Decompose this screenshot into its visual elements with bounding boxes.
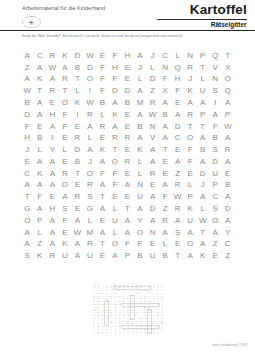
grid-cell[interactable]: A: [209, 109, 222, 121]
grid-cell[interactable]: E: [71, 180, 84, 192]
grid-cell[interactable]: U: [134, 191, 147, 203]
grid-cell[interactable]: R: [109, 132, 122, 144]
grid-cell[interactable]: A: [159, 97, 172, 109]
grid-cell[interactable]: W: [84, 50, 97, 62]
grid-cell[interactable]: A: [159, 227, 172, 239]
grid-cell[interactable]: E: [121, 74, 134, 86]
grid-cell[interactable]: T: [171, 250, 184, 262]
grid-cell[interactable]: E: [46, 191, 59, 203]
grid-cell[interactable]: K: [59, 50, 72, 62]
grid-cell[interactable]: A: [84, 121, 97, 133]
grid-cell[interactable]: T: [184, 121, 197, 133]
grid-cell[interactable]: T: [196, 121, 209, 133]
grid-cell[interactable]: N: [209, 74, 222, 86]
grid-cell[interactable]: I: [84, 85, 97, 97]
grid-cell[interactable]: C: [159, 50, 172, 62]
grid-cell[interactable]: A: [34, 97, 47, 109]
grid-cell[interactable]: L: [71, 85, 84, 97]
grid-cell[interactable]: L: [196, 203, 209, 215]
grid-cell[interactable]: Z: [34, 238, 47, 250]
grid-cell[interactable]: E: [59, 227, 72, 239]
grid-cell[interactable]: A: [134, 132, 147, 144]
grid-cell[interactable]: E: [96, 215, 109, 227]
grid-cell[interactable]: T: [196, 227, 209, 239]
grid-cell[interactable]: A: [134, 50, 147, 62]
grid-cell[interactable]: Z: [159, 203, 172, 215]
grid-cell[interactable]: R: [96, 121, 109, 133]
grid-cell[interactable]: A: [121, 215, 134, 227]
grid-cell[interactable]: A: [209, 227, 222, 239]
grid-cell[interactable]: T: [159, 144, 172, 156]
grid-cell[interactable]: V: [209, 62, 222, 74]
grid-cell[interactable]: R: [84, 109, 97, 121]
grid-cell[interactable]: L: [134, 168, 147, 180]
grid-cell[interactable]: A: [96, 203, 109, 215]
grid-cell[interactable]: A: [121, 180, 134, 192]
grid-cell[interactable]: W: [171, 191, 184, 203]
grid-cell[interactable]: Z: [146, 85, 159, 97]
grid-cell[interactable]: J: [184, 74, 197, 86]
grid-cell[interactable]: O: [109, 238, 122, 250]
grid-cell[interactable]: A: [221, 132, 234, 144]
grid-cell[interactable]: R: [71, 132, 84, 144]
grid-cell[interactable]: R: [59, 74, 72, 86]
grid-cell[interactable]: T: [21, 191, 34, 203]
grid-cell[interactable]: K: [196, 250, 209, 262]
grid-cell[interactable]: F: [109, 180, 122, 192]
grid-cell[interactable]: R: [121, 156, 134, 168]
grid-cell[interactable]: B: [134, 121, 147, 133]
grid-cell[interactable]: E: [59, 132, 72, 144]
grid-cell[interactable]: A: [21, 238, 34, 250]
grid-cell[interactable]: E: [71, 121, 84, 133]
grid-cell[interactable]: J: [134, 62, 147, 74]
grid-cell[interactable]: B: [196, 144, 209, 156]
grid-cell[interactable]: L: [171, 50, 184, 62]
grid-cell[interactable]: U: [109, 215, 122, 227]
grid-cell[interactable]: T: [121, 203, 134, 215]
grid-cell[interactable]: I: [71, 109, 84, 121]
grid-cell[interactable]: A: [46, 215, 59, 227]
grid-cell[interactable]: Z: [209, 238, 222, 250]
grid-cell[interactable]: E: [71, 203, 84, 215]
grid-cell[interactable]: M: [84, 227, 97, 239]
grid-cell[interactable]: P: [221, 109, 234, 121]
grid-cell[interactable]: K: [71, 97, 84, 109]
grid-cell[interactable]: F: [109, 168, 122, 180]
grid-cell[interactable]: A: [109, 250, 122, 262]
grid-cell[interactable]: A: [221, 156, 234, 168]
grid-cell[interactable]: A: [96, 180, 109, 192]
grid-cell[interactable]: E: [146, 180, 159, 192]
grid-cell[interactable]: A: [109, 97, 122, 109]
grid-cell[interactable]: H: [46, 203, 59, 215]
grid-cell[interactable]: B: [159, 250, 172, 262]
grid-cell[interactable]: U: [196, 85, 209, 97]
grid-cell[interactable]: D: [109, 85, 122, 97]
grid-cell[interactable]: A: [109, 121, 122, 133]
grid-cell[interactable]: E: [34, 121, 47, 133]
grid-cell[interactable]: A: [146, 191, 159, 203]
grid-cell[interactable]: B: [96, 97, 109, 109]
grid-cell[interactable]: K: [184, 203, 197, 215]
grid-cell[interactable]: E: [159, 168, 172, 180]
grid-cell[interactable]: D: [196, 168, 209, 180]
grid-cell[interactable]: R: [46, 50, 59, 62]
grid-cell[interactable]: M: [134, 97, 147, 109]
grid-cell[interactable]: L: [109, 203, 122, 215]
grid-cell[interactable]: W: [71, 227, 84, 239]
grid-cell[interactable]: E: [96, 132, 109, 144]
grid-cell[interactable]: O: [59, 180, 72, 192]
grid-cell[interactable]: Y: [46, 144, 59, 156]
grid-cell[interactable]: E: [171, 238, 184, 250]
grid-cell[interactable]: B: [34, 132, 47, 144]
grid-cell[interactable]: Z: [21, 62, 34, 74]
grid-cell[interactable]: F: [184, 156, 197, 168]
grid-cell[interactable]: A: [159, 132, 172, 144]
grid-cell[interactable]: A: [171, 156, 184, 168]
grid-cell[interactable]: P: [196, 109, 209, 121]
grid-cell[interactable]: A: [34, 156, 47, 168]
grid-cell[interactable]: E: [121, 144, 134, 156]
grid-cell[interactable]: F: [134, 238, 147, 250]
grid-cell[interactable]: A: [46, 238, 59, 250]
grid-cell[interactable]: S: [209, 85, 222, 97]
grid-cell[interactable]: A: [46, 156, 59, 168]
grid-cell[interactable]: K: [134, 144, 147, 156]
grid-cell[interactable]: L: [96, 109, 109, 121]
grid-cell[interactable]: T: [59, 85, 72, 97]
grid-cell[interactable]: N: [184, 50, 197, 62]
grid-cell[interactable]: D: [209, 156, 222, 168]
grid-cell[interactable]: E: [59, 156, 72, 168]
grid-cell[interactable]: Z: [221, 250, 234, 262]
grid-cell[interactable]: A: [71, 250, 84, 262]
grid-cell[interactable]: O: [184, 238, 197, 250]
grid-cell[interactable]: T: [221, 50, 234, 62]
grid-cell[interactable]: P: [184, 191, 197, 203]
grid-cell[interactable]: T: [96, 238, 109, 250]
grid-cell[interactable]: L: [146, 62, 159, 74]
grid-cell[interactable]: E: [184, 168, 197, 180]
grid-cell[interactable]: A: [59, 62, 72, 74]
grid-cell[interactable]: B: [121, 97, 134, 109]
grid-cell[interactable]: L: [134, 156, 147, 168]
grid-cell[interactable]: A: [184, 227, 197, 239]
grid-cell[interactable]: Y: [134, 215, 147, 227]
grid-cell[interactable]: D: [171, 121, 184, 133]
grid-cell[interactable]: N: [134, 180, 147, 192]
grid-cell[interactable]: B: [209, 132, 222, 144]
grid-cell[interactable]: A: [46, 168, 59, 180]
grid-cell[interactable]: J: [21, 144, 34, 156]
grid-cell[interactable]: O: [84, 168, 97, 180]
grid-cell[interactable]: F: [21, 121, 34, 133]
grid-cell[interactable]: T: [71, 168, 84, 180]
grid-cell[interactable]: U: [84, 250, 97, 262]
grid-cell[interactable]: S: [209, 203, 222, 215]
grid-cell[interactable]: D: [71, 144, 84, 156]
grid-cell[interactable]: E: [159, 156, 172, 168]
grid-cell[interactable]: L: [34, 227, 47, 239]
grid-cell[interactable]: W: [146, 109, 159, 121]
grid-cell[interactable]: J: [84, 156, 97, 168]
grid-cell[interactable]: U: [184, 215, 197, 227]
grid-cell[interactable]: K: [34, 168, 47, 180]
grid-cell[interactable]: K: [109, 109, 122, 121]
grid-cell[interactable]: L: [34, 144, 47, 156]
grid-cell[interactable]: T: [109, 144, 122, 156]
grid-cell[interactable]: D: [221, 203, 234, 215]
grid-cell[interactable]: B: [221, 180, 234, 192]
grid-cell[interactable]: B: [71, 156, 84, 168]
grid-cell[interactable]: F: [121, 238, 134, 250]
grid-cell[interactable]: W: [21, 85, 34, 97]
grid-cell[interactable]: P: [209, 180, 222, 192]
grid-cell[interactable]: R: [46, 250, 59, 262]
grid-cell[interactable]: C: [171, 132, 184, 144]
grid-cell[interactable]: P: [196, 50, 209, 62]
grid-cell[interactable]: O: [59, 97, 72, 109]
grid-cell[interactable]: X: [159, 85, 172, 97]
grid-cell[interactable]: L: [196, 74, 209, 86]
grid-cell[interactable]: A: [71, 238, 84, 250]
grid-cell[interactable]: D: [71, 50, 84, 62]
grid-cell[interactable]: R: [71, 191, 84, 203]
grid-cell[interactable]: E: [121, 168, 134, 180]
grid-cell[interactable]: F: [96, 74, 109, 86]
grid-cell[interactable]: U: [146, 250, 159, 262]
grid-cell[interactable]: A: [21, 50, 34, 62]
grid-cell[interactable]: S: [209, 144, 222, 156]
grid-cell[interactable]: H: [121, 50, 134, 62]
grid-cell[interactable]: L: [84, 215, 97, 227]
grid-cell[interactable]: X: [221, 62, 234, 74]
grid-cell[interactable]: K: [59, 238, 72, 250]
grid-cell[interactable]: P: [34, 215, 47, 227]
grid-cell[interactable]: R: [184, 109, 197, 121]
grid-cell[interactable]: S: [21, 250, 34, 262]
grid-cell[interactable]: A: [184, 250, 197, 262]
grid-cell[interactable]: A: [21, 227, 34, 239]
grid-cell[interactable]: A: [71, 215, 84, 227]
grid-cell[interactable]: Q: [171, 62, 184, 74]
grid-cell[interactable]: H: [21, 132, 34, 144]
grid-cell[interactable]: O: [209, 215, 222, 227]
grid-cell[interactable]: A: [121, 227, 134, 239]
grid-cell[interactable]: F: [171, 85, 184, 97]
grid-cell[interactable]: C: [209, 191, 222, 203]
grid-cell[interactable]: E: [96, 50, 109, 62]
grid-cell[interactable]: A: [59, 191, 72, 203]
grid-cell[interactable]: L: [84, 132, 97, 144]
grid-cell[interactable]: R: [184, 62, 197, 74]
grid-cell[interactable]: F: [59, 121, 72, 133]
grid-cell[interactable]: F: [59, 215, 72, 227]
grid-cell[interactable]: V: [146, 132, 159, 144]
grid-cell[interactable]: B: [21, 97, 34, 109]
grid-cell[interactable]: A: [84, 144, 97, 156]
grid-cell[interactable]: A: [171, 215, 184, 227]
grid-cell[interactable]: R: [171, 203, 184, 215]
grid-cell[interactable]: A: [34, 203, 47, 215]
grid-cell[interactable]: E: [121, 62, 134, 74]
grid-cell[interactable]: R: [46, 85, 59, 97]
grid-cell[interactable]: A: [196, 132, 209, 144]
grid-cell[interactable]: R: [159, 215, 172, 227]
grid-cell[interactable]: D: [121, 85, 134, 97]
grid-cell[interactable]: L: [59, 144, 72, 156]
grid-cell[interactable]: F: [184, 144, 197, 156]
grid-cell[interactable]: G: [84, 203, 97, 215]
grid-cell[interactable]: I: [209, 97, 222, 109]
grid-cell[interactable]: E: [21, 156, 34, 168]
grid-cell[interactable]: W: [196, 215, 209, 227]
grid-cell[interactable]: O: [109, 156, 122, 168]
grid-cell[interactable]: O: [21, 215, 34, 227]
grid-cell[interactable]: E: [171, 144, 184, 156]
grid-cell[interactable]: E: [121, 109, 134, 121]
grid-cell[interactable]: A: [196, 156, 209, 168]
grid-cell[interactable]: J: [196, 180, 209, 192]
grid-cell[interactable]: F: [209, 121, 222, 133]
grid-cell[interactable]: W: [84, 97, 97, 109]
grid-cell[interactable]: A: [146, 144, 159, 156]
grid-cell[interactable]: R: [221, 144, 234, 156]
grid-cell[interactable]: P: [121, 250, 134, 262]
grid-cell[interactable]: A: [134, 203, 147, 215]
grid-cell[interactable]: J: [146, 50, 159, 62]
grid-cell[interactable]: T: [196, 62, 209, 74]
grid-cell[interactable]: A: [134, 109, 147, 121]
grid-cell[interactable]: A: [196, 238, 209, 250]
grid-cell[interactable]: C: [21, 168, 34, 180]
grid-cell[interactable]: O: [134, 227, 147, 239]
grid-cell[interactable]: A: [221, 191, 234, 203]
grid-cell[interactable]: R: [146, 168, 159, 180]
grid-cell[interactable]: R: [59, 168, 72, 180]
grid-cell[interactable]: A: [34, 109, 47, 121]
grid-cell[interactable]: H: [109, 62, 122, 74]
grid-cell[interactable]: T: [96, 191, 109, 203]
grid-cell[interactable]: U: [209, 168, 222, 180]
grid-cell[interactable]: N: [146, 121, 159, 133]
grid-cell[interactable]: F: [159, 191, 172, 203]
grid-cell[interactable]: S: [59, 203, 72, 215]
grid-cell[interactable]: B: [71, 62, 84, 74]
grid-cell[interactable]: A: [96, 227, 109, 239]
grid-cell[interactable]: A: [34, 180, 47, 192]
grid-cell[interactable]: A: [159, 180, 172, 192]
grid-cell[interactable]: T: [34, 85, 47, 97]
grid-cell[interactable]: Q: [221, 85, 234, 97]
grid-cell[interactable]: E: [221, 168, 234, 180]
grid-cell[interactable]: L: [109, 227, 122, 239]
grid-cell[interactable]: D: [21, 109, 34, 121]
grid-cell[interactable]: O: [221, 74, 234, 86]
grid-cell[interactable]: E: [209, 250, 222, 262]
grid-cell[interactable]: D: [146, 203, 159, 215]
grid-cell[interactable]: B: [159, 109, 172, 121]
grid-cell[interactable]: F: [96, 168, 109, 180]
grid-cell[interactable]: S: [171, 227, 184, 239]
grid-cell[interactable]: A: [196, 97, 209, 109]
grid-cell[interactable]: E: [96, 250, 109, 262]
grid-cell[interactable]: Z: [171, 168, 184, 180]
grid-cell[interactable]: E: [109, 191, 122, 203]
grid-cell[interactable]: G: [21, 203, 34, 215]
grid-cell[interactable]: A: [146, 156, 159, 168]
grid-cell[interactable]: S: [84, 191, 97, 203]
grid-cell[interactable]: H: [46, 109, 59, 121]
grid-cell[interactable]: F: [59, 109, 72, 121]
grid-cell[interactable]: A: [196, 191, 209, 203]
grid-cell[interactable]: A: [46, 180, 59, 192]
grid-cell[interactable]: N: [146, 227, 159, 239]
grid-cell[interactable]: U: [59, 250, 72, 262]
grid-cell[interactable]: A: [221, 215, 234, 227]
grid-cell[interactable]: A: [46, 74, 59, 86]
grid-cell[interactable]: K: [34, 74, 47, 86]
grid-cell[interactable]: R: [84, 238, 97, 250]
grid-cell[interactable]: T: [71, 74, 84, 86]
grid-cell[interactable]: F: [96, 62, 109, 74]
grid-cell[interactable]: Y: [221, 227, 234, 239]
grid-cell[interactable]: L: [184, 180, 197, 192]
grid-cell[interactable]: I: [46, 132, 59, 144]
grid-cell[interactable]: E: [146, 238, 159, 250]
grid-cell[interactable]: F: [109, 50, 122, 62]
grid-cell[interactable]: K: [96, 144, 109, 156]
grid-cell[interactable]: A: [171, 109, 184, 121]
grid-cell[interactable]: L: [159, 238, 172, 250]
grid-cell[interactable]: D: [84, 62, 97, 74]
grid-cell[interactable]: A: [46, 227, 59, 239]
grid-cell[interactable]: H: [171, 74, 184, 86]
grid-cell[interactable]: W: [46, 62, 59, 74]
grid-cell[interactable]: E: [121, 121, 134, 133]
grid-cell[interactable]: A: [134, 85, 147, 97]
grid-cell[interactable]: N: [159, 62, 172, 74]
grid-cell[interactable]: R: [171, 180, 184, 192]
grid-cell[interactable]: A: [96, 156, 109, 168]
grid-cell[interactable]: E: [171, 97, 184, 109]
grid-cell[interactable]: A: [184, 97, 197, 109]
grid-cell[interactable]: O: [84, 74, 97, 86]
grid-cell[interactable]: E: [46, 97, 59, 109]
grid-cell[interactable]: O: [184, 132, 197, 144]
grid-cell[interactable]: A: [21, 180, 34, 192]
grid-cell[interactable]: A: [21, 74, 34, 86]
grid-cell[interactable]: Q: [209, 50, 222, 62]
grid-cell[interactable]: A: [46, 121, 59, 133]
grid-cell[interactable]: C: [221, 238, 234, 250]
grid-cell[interactable]: A: [34, 62, 47, 74]
grid-cell[interactable]: E: [121, 191, 134, 203]
grid-cell[interactable]: A: [221, 97, 234, 109]
grid-cell[interactable]: W: [221, 121, 234, 133]
grid-cell[interactable]: R: [121, 132, 134, 144]
grid-cell[interactable]: R: [146, 97, 159, 109]
grid-cell[interactable]: C: [34, 50, 47, 62]
grid-cell[interactable]: F: [34, 191, 47, 203]
grid-cell[interactable]: A: [146, 215, 159, 227]
grid-cell[interactable]: B: [134, 250, 147, 262]
grid-cell[interactable]: F: [96, 85, 109, 97]
grid-cell[interactable]: K: [184, 85, 197, 97]
grid-cell[interactable]: L: [134, 74, 147, 86]
